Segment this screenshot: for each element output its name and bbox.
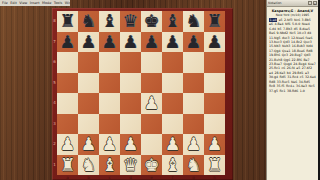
notation-titlebar[interactable]: Notation – × bbox=[267, 0, 318, 7]
square-f6[interactable] bbox=[162, 52, 183, 73]
square-c5[interactable] bbox=[99, 73, 120, 94]
square-h3[interactable] bbox=[204, 114, 225, 135]
square-h2[interactable]: ♟ bbox=[204, 134, 225, 155]
chess-board-frame: 87654321 ♜♞♝♛♚♝♞♜♟♟♟♟♟♟♟♟♟♟♟♟♟♟♟♟♜♞♝♛♚♝♞… bbox=[52, 8, 233, 180]
square-d1[interactable]: ♛ bbox=[120, 155, 141, 176]
square-b7[interactable]: ♟ bbox=[78, 32, 99, 53]
piece-black-knight[interactable]: ♞ bbox=[78, 11, 99, 32]
square-f8[interactable]: ♝ bbox=[162, 11, 183, 32]
close-icon[interactable]: × bbox=[313, 1, 318, 6]
piece-black-knight[interactable]: ♞ bbox=[183, 11, 204, 32]
square-e4[interactable]: ♟ bbox=[141, 93, 162, 114]
square-d2[interactable]: ♟ bbox=[120, 134, 141, 155]
square-h4[interactable] bbox=[204, 93, 225, 114]
piece-white-pawn[interactable]: ♟ bbox=[141, 93, 162, 114]
square-g2[interactable]: ♟ bbox=[183, 134, 204, 155]
file-label-c: c bbox=[99, 175, 120, 180]
piece-white-pawn[interactable]: ♟ bbox=[183, 134, 204, 155]
file-label-d: d bbox=[120, 175, 141, 180]
square-b4[interactable] bbox=[78, 93, 99, 114]
square-f2[interactable]: ♟ bbox=[162, 134, 183, 155]
square-e8[interactable]: ♚ bbox=[141, 11, 162, 32]
notation-window-buttons: – × bbox=[308, 1, 318, 6]
file-labels: abcdefgh bbox=[57, 175, 225, 180]
piece-white-king[interactable]: ♚ bbox=[141, 155, 162, 176]
square-g7[interactable]: ♟ bbox=[183, 32, 204, 53]
square-d3[interactable] bbox=[120, 114, 141, 135]
piece-white-rook[interactable]: ♜ bbox=[204, 155, 225, 176]
menu-item-mode[interactable]: Mode bbox=[42, 0, 51, 6]
square-c3[interactable] bbox=[99, 114, 120, 135]
file-label-g: g bbox=[183, 175, 204, 180]
menu-item-window[interactable]: Window bbox=[65, 0, 70, 6]
square-e2[interactable] bbox=[141, 134, 162, 155]
piece-white-pawn[interactable]: ♟ bbox=[99, 134, 120, 155]
square-g3[interactable] bbox=[183, 114, 204, 135]
file-label-h: h bbox=[204, 175, 225, 180]
game-event: New York (m/10) 1995 bbox=[267, 13, 318, 17]
square-g4[interactable] bbox=[183, 93, 204, 114]
piece-black-pawn[interactable]: ♟ bbox=[204, 32, 225, 53]
square-f1[interactable]: ♝ bbox=[162, 155, 183, 176]
notation-window: Notation – × Kasparov,G - Anand,V New Yo… bbox=[266, 0, 318, 180]
square-c1[interactable]: ♝ bbox=[99, 155, 120, 176]
square-b1[interactable]: ♞ bbox=[78, 155, 99, 176]
square-a5[interactable] bbox=[57, 73, 78, 94]
piece-white-pawn[interactable]: ♟ bbox=[120, 134, 141, 155]
piece-black-pawn[interactable]: ♟ bbox=[141, 32, 162, 53]
piece-black-pawn[interactable]: ♟ bbox=[99, 32, 120, 53]
square-b8[interactable]: ♞ bbox=[78, 11, 99, 32]
square-e7[interactable]: ♟ bbox=[141, 32, 162, 53]
square-g1[interactable]: ♞ bbox=[183, 155, 204, 176]
app-screen: FileEditViewInsertModeToolsWindowHelp 87… bbox=[0, 0, 320, 180]
square-g5[interactable] bbox=[183, 73, 204, 94]
move-list[interactable]: 1.e4 e5 2.Nf3 Nc6 3.Bb5 a6 4.Ba4 Nf6 5.0… bbox=[267, 18, 318, 94]
square-a6[interactable] bbox=[57, 52, 78, 73]
square-c7[interactable]: ♟ bbox=[99, 32, 120, 53]
square-b3[interactable] bbox=[78, 114, 99, 135]
piece-white-knight[interactable]: ♞ bbox=[78, 155, 99, 176]
square-c6[interactable] bbox=[99, 52, 120, 73]
piece-white-queen[interactable]: ♛ bbox=[120, 155, 141, 176]
square-h7[interactable]: ♟ bbox=[204, 32, 225, 53]
square-f5[interactable] bbox=[162, 73, 183, 94]
square-a8[interactable]: ♜ bbox=[57, 11, 78, 32]
piece-black-pawn[interactable]: ♟ bbox=[183, 32, 204, 53]
piece-black-queen[interactable]: ♛ bbox=[120, 11, 141, 32]
square-f4[interactable] bbox=[162, 93, 183, 114]
piece-white-pawn[interactable]: ♟ bbox=[162, 134, 183, 155]
square-f3[interactable] bbox=[162, 114, 183, 135]
piece-black-bishop[interactable]: ♝ bbox=[162, 11, 183, 32]
square-a7[interactable]: ♟ bbox=[57, 32, 78, 53]
menu-item-tools[interactable]: Tools bbox=[54, 0, 62, 6]
square-e3[interactable] bbox=[141, 114, 162, 135]
piece-white-rook[interactable]: ♜ bbox=[57, 155, 78, 176]
minimize-icon[interactable]: – bbox=[308, 1, 313, 6]
piece-black-king[interactable]: ♚ bbox=[141, 11, 162, 32]
menu-bar: FileEditViewInsertModeToolsWindowHelp bbox=[0, 0, 70, 6]
square-d7[interactable]: ♟ bbox=[120, 32, 141, 53]
piece-black-rook[interactable]: ♜ bbox=[204, 11, 225, 32]
piece-white-bishop[interactable]: ♝ bbox=[162, 155, 183, 176]
square-d4[interactable] bbox=[120, 93, 141, 114]
square-h6[interactable] bbox=[204, 52, 225, 73]
piece-white-pawn[interactable]: ♟ bbox=[57, 134, 78, 155]
square-c2[interactable]: ♟ bbox=[99, 134, 120, 155]
square-a4[interactable] bbox=[57, 93, 78, 114]
movetext[interactable]: e5 2.Nf3 Nc6 3.Bb5 a6 4.Ba4 Nf6 5.0-0 Nx… bbox=[269, 18, 316, 93]
piece-white-bishop[interactable]: ♝ bbox=[99, 155, 120, 176]
square-b5[interactable] bbox=[78, 73, 99, 94]
piece-white-pawn[interactable]: ♟ bbox=[78, 134, 99, 155]
square-d8[interactable]: ♛ bbox=[120, 11, 141, 32]
square-h8[interactable]: ♜ bbox=[204, 11, 225, 32]
piece-white-knight[interactable]: ♞ bbox=[183, 155, 204, 176]
file-label-e: e bbox=[141, 175, 162, 180]
game-players: Kasparov,G - Anand,V bbox=[267, 9, 318, 13]
file-label-b: b bbox=[78, 175, 99, 180]
piece-white-pawn[interactable]: ♟ bbox=[204, 134, 225, 155]
file-label-a: a bbox=[57, 175, 78, 180]
square-e1[interactable]: ♚ bbox=[141, 155, 162, 176]
current-move[interactable]: 1.e4 bbox=[269, 18, 277, 22]
square-f7[interactable]: ♟ bbox=[162, 32, 183, 53]
square-e5[interactable] bbox=[141, 73, 162, 94]
piece-black-pawn[interactable]: ♟ bbox=[57, 32, 78, 53]
piece-black-pawn[interactable]: ♟ bbox=[78, 32, 99, 53]
square-g6[interactable] bbox=[183, 52, 204, 73]
square-b2[interactable]: ♟ bbox=[78, 134, 99, 155]
piece-black-pawn[interactable]: ♟ bbox=[120, 32, 141, 53]
square-d5[interactable] bbox=[120, 73, 141, 94]
square-c4[interactable] bbox=[99, 93, 120, 114]
square-a1[interactable]: ♜ bbox=[57, 155, 78, 176]
file-label-f: f bbox=[162, 175, 183, 180]
square-a3[interactable] bbox=[57, 114, 78, 135]
piece-black-pawn[interactable]: ♟ bbox=[162, 32, 183, 53]
notation-title: Notation bbox=[268, 1, 282, 5]
menu-item-edit[interactable]: Edit bbox=[10, 0, 17, 6]
menu-item-insert[interactable]: Insert bbox=[30, 0, 40, 6]
square-h5[interactable] bbox=[204, 73, 225, 94]
menu-item-view[interactable]: View bbox=[19, 0, 27, 6]
square-h1[interactable]: ♜ bbox=[204, 155, 225, 176]
piece-black-rook[interactable]: ♜ bbox=[57, 11, 78, 32]
square-g8[interactable]: ♞ bbox=[183, 11, 204, 32]
chess-board[interactable]: ♜♞♝♛♚♝♞♜♟♟♟♟♟♟♟♟♟♟♟♟♟♟♟♟♜♞♝♛♚♝♞♜ bbox=[57, 11, 225, 175]
square-a2[interactable]: ♟ bbox=[57, 134, 78, 155]
piece-black-bishop[interactable]: ♝ bbox=[99, 11, 120, 32]
square-b6[interactable] bbox=[78, 52, 99, 73]
square-d6[interactable] bbox=[120, 52, 141, 73]
square-e6[interactable] bbox=[141, 52, 162, 73]
menu-item-file[interactable]: File bbox=[2, 0, 8, 6]
square-c8[interactable]: ♝ bbox=[99, 11, 120, 32]
